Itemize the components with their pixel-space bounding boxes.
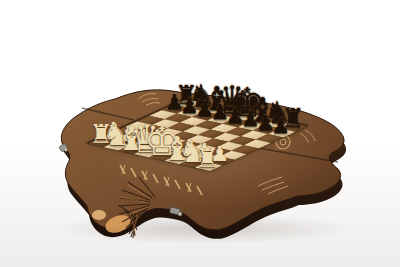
- photo-stage: ♜♞♝♛♚♝♞♜♟♟♟♟♟♟♟♟♟♟♟♟♟♟♟♟♜♞♝♛♚♝♞♜: [0, 0, 400, 267]
- piece-black-pawn-h7[interactable]: ♟: [271, 116, 290, 137]
- piece-white-rook-h1[interactable]: ♜: [196, 145, 219, 171]
- pieces-layer: ♜♞♝♛♚♝♞♜♟♟♟♟♟♟♟♟♟♟♟♟♟♟♟♟♜♞♝♛♚♝♞♜: [0, 0, 400, 267]
